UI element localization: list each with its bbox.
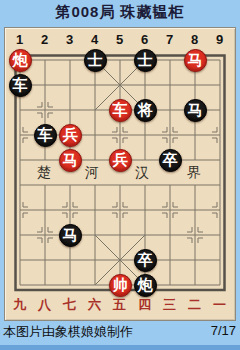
piece-black-advisor[interactable]: 士: [134, 49, 157, 72]
file-label: 一: [207, 296, 232, 313]
piece-black-chariot[interactable]: 车: [9, 74, 32, 97]
piece-red-chariot[interactable]: 车: [109, 99, 132, 122]
credit-text: 本图片由象棋娘娘制作: [3, 323, 133, 341]
file-label: 九: [7, 296, 32, 313]
piece-black-advisor[interactable]: 士: [84, 49, 107, 72]
board-panel: 123456789 楚河汉界 炮士士马车车将马车兵马兵卒马卒帅炮 九八七六五四三…: [5, 28, 235, 320]
bottom-strip: [0, 345, 240, 350]
piece-red-general[interactable]: 帅: [109, 274, 132, 297]
piece-black-cannon[interactable]: 炮: [134, 274, 157, 297]
piece-red-soldier[interactable]: 兵: [59, 124, 82, 147]
piece-black-chariot[interactable]: 车: [34, 124, 57, 147]
piece-red-horse[interactable]: 马: [59, 149, 82, 172]
file-label: 五: [107, 296, 132, 313]
file-labels-bottom: 九八七六五四三二一: [7, 296, 233, 313]
file-label: 四: [132, 296, 157, 313]
piece-black-horse[interactable]: 马: [184, 99, 207, 122]
board-grid[interactable]: 炮士士马车车将马车兵马兵卒马卒帅炮: [8, 48, 233, 298]
piece-black-soldier[interactable]: 卒: [134, 249, 157, 272]
piece-red-soldier[interactable]: 兵: [109, 149, 132, 172]
xiangqi-puzzle-page: 第008局 珠藏韫柜 123456789 楚河汉界 炮士士马车车将马车兵马兵卒马…: [0, 0, 240, 350]
file-label: 二: [182, 296, 207, 313]
file-label: 八: [32, 296, 57, 313]
file-label: 六: [82, 296, 107, 313]
piece-red-cannon[interactable]: 炮: [9, 49, 32, 72]
piece-black-general[interactable]: 将: [134, 99, 157, 122]
page-indicator: 7/17: [211, 323, 236, 338]
piece-red-horse[interactable]: 马: [184, 49, 207, 72]
puzzle-title: 第008局 珠藏韫柜: [0, 3, 240, 22]
piece-black-soldier[interactable]: 卒: [159, 149, 182, 172]
file-label: 七: [57, 296, 82, 313]
piece-black-horse[interactable]: 马: [59, 224, 82, 247]
file-label: 三: [157, 296, 182, 313]
